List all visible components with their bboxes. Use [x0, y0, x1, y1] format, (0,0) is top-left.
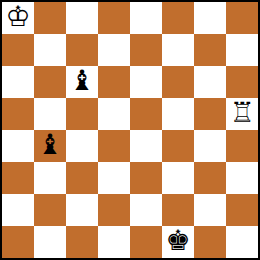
square-d3[interactable] [98, 162, 130, 194]
square-a6[interactable] [2, 66, 34, 98]
square-g7[interactable] [194, 34, 226, 66]
black-bishop[interactable]: ♝ [69, 65, 94, 97]
white-king[interactable]: ♔ [5, 1, 30, 33]
square-f8[interactable] [162, 2, 194, 34]
square-e5[interactable] [130, 98, 162, 130]
square-c7[interactable] [66, 34, 98, 66]
square-b3[interactable] [34, 162, 66, 194]
square-d6[interactable] [98, 66, 130, 98]
square-e3[interactable] [130, 162, 162, 194]
square-g8[interactable] [194, 2, 226, 34]
square-d8[interactable] [98, 2, 130, 34]
square-h4[interactable] [226, 130, 258, 162]
square-a3[interactable] [2, 162, 34, 194]
square-e6[interactable] [130, 66, 162, 98]
square-h7[interactable] [226, 34, 258, 66]
square-g1[interactable] [194, 226, 226, 258]
square-c5[interactable] [66, 98, 98, 130]
square-g4[interactable] [194, 130, 226, 162]
square-g2[interactable] [194, 194, 226, 226]
square-b8[interactable] [34, 2, 66, 34]
square-h2[interactable] [226, 194, 258, 226]
square-f6[interactable] [162, 66, 194, 98]
square-h6[interactable] [226, 66, 258, 98]
square-h3[interactable] [226, 162, 258, 194]
square-b7[interactable] [34, 34, 66, 66]
square-c2[interactable] [66, 194, 98, 226]
square-c8[interactable] [66, 2, 98, 34]
black-king[interactable]: ♚ [165, 225, 190, 257]
white-rook[interactable]: ♖ [229, 97, 254, 129]
square-a4[interactable] [2, 130, 34, 162]
square-e1[interactable] [130, 226, 162, 258]
square-c3[interactable] [66, 162, 98, 194]
black-bishop[interactable]: ♝ [37, 129, 62, 161]
square-a7[interactable] [2, 34, 34, 66]
square-h1[interactable] [226, 226, 258, 258]
square-c6[interactable]: ♝ [66, 66, 98, 98]
square-f3[interactable] [162, 162, 194, 194]
square-g3[interactable] [194, 162, 226, 194]
chess-board: ♔♝♖♝♚ [2, 2, 258, 258]
square-g6[interactable] [194, 66, 226, 98]
square-b6[interactable] [34, 66, 66, 98]
square-d7[interactable] [98, 34, 130, 66]
square-e2[interactable] [130, 194, 162, 226]
square-d1[interactable] [98, 226, 130, 258]
square-e4[interactable] [130, 130, 162, 162]
square-h5[interactable]: ♖ [226, 98, 258, 130]
square-b5[interactable] [34, 98, 66, 130]
square-e7[interactable] [130, 34, 162, 66]
square-f2[interactable] [162, 194, 194, 226]
square-d5[interactable] [98, 98, 130, 130]
square-a5[interactable] [2, 98, 34, 130]
square-d2[interactable] [98, 194, 130, 226]
square-c4[interactable] [66, 130, 98, 162]
square-g5[interactable] [194, 98, 226, 130]
square-f4[interactable] [162, 130, 194, 162]
square-b4[interactable]: ♝ [34, 130, 66, 162]
square-f1[interactable]: ♚ [162, 226, 194, 258]
square-a1[interactable] [2, 226, 34, 258]
square-f5[interactable] [162, 98, 194, 130]
square-e8[interactable] [130, 2, 162, 34]
square-a8[interactable]: ♔ [2, 2, 34, 34]
chess-board-frame: ♔♝♖♝♚ [0, 0, 260, 260]
square-f7[interactable] [162, 34, 194, 66]
square-c1[interactable] [66, 226, 98, 258]
square-a2[interactable] [2, 194, 34, 226]
square-h8[interactable] [226, 2, 258, 34]
square-b2[interactable] [34, 194, 66, 226]
square-b1[interactable] [34, 226, 66, 258]
square-d4[interactable] [98, 130, 130, 162]
